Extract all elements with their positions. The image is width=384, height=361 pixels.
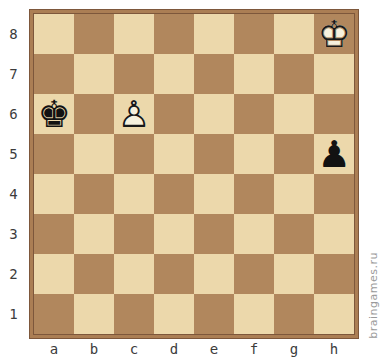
square-a5[interactable] [34,134,74,174]
square-d5[interactable] [154,134,194,174]
file-labels: abcdefgh [34,340,354,358]
square-c5[interactable] [114,134,154,174]
file-label-e: e [194,340,234,358]
square-f4[interactable] [234,174,274,214]
square-a7[interactable] [34,54,74,94]
square-a1[interactable] [34,294,74,334]
chess-board-frame: ♚♔♚♟♙♟ [29,9,359,339]
square-b2[interactable] [74,254,114,294]
square-d7[interactable] [154,54,194,94]
square-a6[interactable]: ♚ [34,94,74,134]
square-h8[interactable]: ♚♔ [314,14,354,54]
black-king[interactable]: ♚ [34,94,74,134]
square-f7[interactable] [234,54,274,94]
square-b1[interactable] [74,294,114,334]
chess-diagram-page: 87654321 ♚♔♚♟♙♟ abcdefgh braingames.ru [0,0,384,361]
white-pawn[interactable]: ♙ [114,94,154,134]
square-a3[interactable] [34,214,74,254]
square-c7[interactable] [114,54,154,94]
rank-label-4: 4 [0,174,27,214]
square-c4[interactable] [114,174,154,214]
square-e1[interactable] [194,294,234,334]
white-king[interactable]: ♔ [314,14,354,54]
rank-label-1: 1 [0,294,27,334]
square-g6[interactable] [274,94,314,134]
rank-labels: 87654321 [0,14,27,334]
file-label-b: b [74,340,114,358]
square-c2[interactable] [114,254,154,294]
square-f1[interactable] [234,294,274,334]
file-label-f: f [234,340,274,358]
square-d1[interactable] [154,294,194,334]
square-g1[interactable] [274,294,314,334]
square-f8[interactable] [234,14,274,54]
rank-label-3: 3 [0,214,27,254]
square-g4[interactable] [274,174,314,214]
file-label-g: g [274,340,314,358]
square-e4[interactable] [194,174,234,214]
square-h2[interactable] [314,254,354,294]
square-e6[interactable] [194,94,234,134]
square-f6[interactable] [234,94,274,134]
square-b6[interactable] [74,94,114,134]
square-h7[interactable] [314,54,354,94]
square-d2[interactable] [154,254,194,294]
square-d3[interactable] [154,214,194,254]
square-g2[interactable] [274,254,314,294]
square-h6[interactable] [314,94,354,134]
square-b5[interactable] [74,134,114,174]
square-e2[interactable] [194,254,234,294]
square-c8[interactable] [114,14,154,54]
square-h4[interactable] [314,174,354,214]
rank-label-6: 6 [0,94,27,134]
square-g7[interactable] [274,54,314,94]
rank-label-5: 5 [0,134,27,174]
square-a4[interactable] [34,174,74,214]
file-label-c: c [114,340,154,358]
file-label-d: d [154,340,194,358]
square-e8[interactable] [194,14,234,54]
site-watermark: braingames.ru [367,252,380,339]
square-e5[interactable] [194,134,234,174]
square-g5[interactable] [274,134,314,174]
rank-label-8: 8 [0,14,27,54]
square-d4[interactable] [154,174,194,214]
square-g3[interactable] [274,214,314,254]
square-a8[interactable] [34,14,74,54]
square-e7[interactable] [194,54,234,94]
square-h5[interactable]: ♟ [314,134,354,174]
rank-label-2: 2 [0,254,27,294]
file-label-a: a [34,340,74,358]
rank-label-7: 7 [0,54,27,94]
black-pawn[interactable]: ♟ [314,134,354,174]
square-h1[interactable] [314,294,354,334]
square-e3[interactable] [194,214,234,254]
square-f2[interactable] [234,254,274,294]
chess-board: ♚♔♚♟♙♟ [33,13,355,335]
square-d8[interactable] [154,14,194,54]
square-c6[interactable]: ♟♙ [114,94,154,134]
square-b4[interactable] [74,174,114,214]
square-h3[interactable] [314,214,354,254]
square-b8[interactable] [74,14,114,54]
file-label-h: h [314,340,354,358]
square-c1[interactable] [114,294,154,334]
square-a2[interactable] [34,254,74,294]
square-b7[interactable] [74,54,114,94]
square-b3[interactable] [74,214,114,254]
square-c3[interactable] [114,214,154,254]
square-f3[interactable] [234,214,274,254]
square-f5[interactable] [234,134,274,174]
square-d6[interactable] [154,94,194,134]
square-g8[interactable] [274,14,314,54]
